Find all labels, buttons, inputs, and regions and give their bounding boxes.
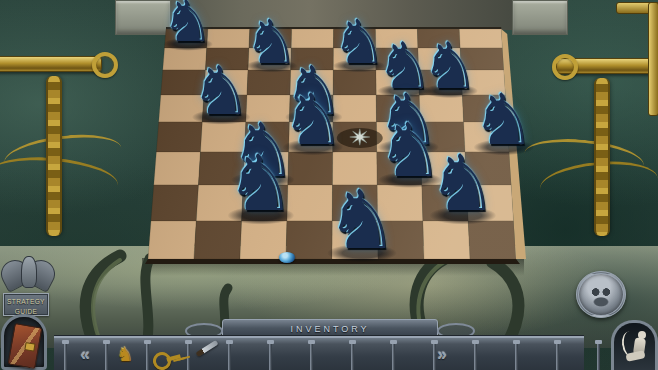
inventory-slot-divider (474, 342, 477, 370)
double-eagle-crest (0, 252, 58, 294)
red-book-icon (8, 323, 43, 369)
statue-niche (611, 320, 658, 370)
inventory-scroll-right[interactable]: » (437, 338, 446, 370)
pieces-layer: ♞♞♞♞♞♞♞♞♞♞♞♞♞♞♞ (0, 0, 658, 370)
inventory-slot-divider (597, 342, 600, 370)
inventory-item-knight-statuette[interactable]: ♞ (116, 338, 133, 370)
game-screen: ♞♞♞♞♞♞♞♞♞♞♞♞♞♞♞ STRATEGY GUIDE INVENTORY… (0, 0, 658, 370)
strategy-guide-button[interactable]: STRATEGY GUIDE (3, 293, 49, 316)
blue-orb (279, 252, 295, 263)
inventory-slot-divider (146, 342, 149, 370)
key-icon (151, 350, 173, 370)
knight-a8[interactable]: ♞ (162, 0, 213, 51)
knight-statuette-icon: ♞ (116, 343, 133, 365)
inventory-slot-divider (269, 342, 272, 370)
inventory-slot-divider (64, 342, 67, 370)
scroll-right-icon: » (437, 345, 446, 364)
inventory-slot-divider (187, 342, 190, 370)
knight-g2[interactable]: ♞ (428, 146, 498, 224)
inventory-slot-divider (556, 342, 559, 370)
knight-c2[interactable]: ♞ (226, 146, 296, 224)
inventory-slot-divider (392, 342, 395, 370)
crest-body-icon (21, 256, 37, 288)
inventory-slot-divider (515, 342, 518, 370)
medusa-medallion (576, 271, 626, 318)
scroll-left-icon: « (80, 345, 89, 364)
inventory-slot-divider (105, 342, 108, 370)
knight-e1[interactable]: ♞ (326, 180, 399, 261)
inventory-slot-divider (310, 342, 313, 370)
inventory-slot-divider (351, 342, 354, 370)
journal-slot[interactable] (1, 314, 47, 370)
inventory-slot-divider (433, 342, 436, 370)
chisel-icon (195, 340, 218, 357)
inventory-strip: « ♞ » (54, 336, 584, 370)
inventory-scroll-left[interactable]: « (80, 338, 89, 370)
strategy-guide-label-line1: STRATEGY (4, 297, 48, 307)
inventory-slot-divider (228, 342, 231, 370)
